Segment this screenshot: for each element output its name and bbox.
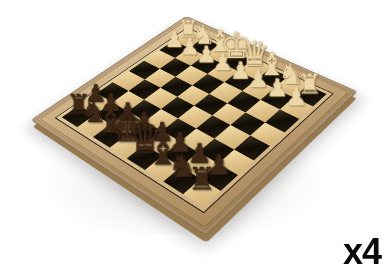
product-photo: ♜♞♝♚♛♝♞♜♟♟♟♟♟♟♟♟♟♟♟♟♟♟♟♟♜♞♝♚♛♝♞♜ x4	[0, 0, 384, 276]
quantity-label: x4	[343, 231, 381, 273]
board-inlay-border: ♜♞♝♚♛♝♞♜♟♟♟♟♟♟♟♟♟♟♟♟♟♟♟♟♜♞♝♚♛♝♞♜	[55, 27, 334, 213]
square-c4	[212, 103, 246, 125]
chess-board: ♜♞♝♚♛♝♞♜♟♟♟♟♟♟♟♟♟♟♟♟♟♟♟♟♜♞♝♚♛♝♞♜	[31, 16, 358, 236]
board-scene: ♜♞♝♚♛♝♞♜♟♟♟♟♟♟♟♟♟♟♟♟♟♟♟♟♜♞♝♚♛♝♞♜	[0, 0, 384, 276]
